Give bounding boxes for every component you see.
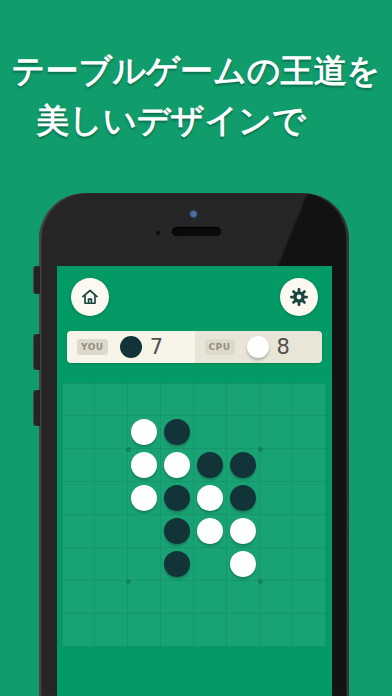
cell-r2-c4[interactable]	[194, 449, 227, 482]
black-disc	[164, 485, 190, 511]
cell-r4-c0[interactable]	[62, 515, 95, 548]
cell-r1-c4[interactable]	[194, 416, 227, 449]
cell-r4-c2[interactable]	[128, 515, 161, 548]
proximity-sensor-dot	[156, 231, 160, 235]
cell-r6-c6[interactable]	[260, 581, 293, 614]
cell-r2-c5[interactable]	[227, 449, 260, 482]
cell-r2-c2[interactable]	[128, 449, 161, 482]
cell-r4-c7[interactable]	[293, 515, 326, 548]
black-disc	[164, 551, 190, 577]
cell-r5-c6[interactable]	[260, 548, 293, 581]
cpu-score: 8	[277, 335, 290, 359]
cell-r4-c4[interactable]	[194, 515, 227, 548]
you-badge: YOU	[77, 339, 108, 355]
board-star-dot	[126, 447, 131, 452]
home-icon	[80, 287, 100, 307]
cell-r7-c3[interactable]	[161, 614, 194, 647]
front-camera	[189, 210, 198, 219]
cell-r1-c0[interactable]	[62, 416, 95, 449]
cell-r7-c0[interactable]	[62, 614, 95, 647]
cell-r0-c5[interactable]	[227, 383, 260, 416]
black-disc	[197, 452, 223, 478]
cell-r6-c5[interactable]	[227, 581, 260, 614]
volume-up-button	[33, 334, 40, 370]
cell-r1-c2[interactable]	[128, 416, 161, 449]
headline-line2: 美しいデザインで	[0, 96, 367, 146]
black-disc	[230, 485, 256, 511]
cell-r0-c3[interactable]	[161, 383, 194, 416]
headline-line1: テーブルゲームの王道を	[12, 51, 380, 90]
cell-r6-c7[interactable]	[293, 581, 326, 614]
cell-r5-c7[interactable]	[293, 548, 326, 581]
cpu-badge: CPU	[205, 339, 235, 355]
cell-r5-c2[interactable]	[128, 548, 161, 581]
home-button[interactable]	[71, 278, 109, 316]
cell-r5-c4[interactable]	[194, 548, 227, 581]
white-disc	[197, 485, 223, 511]
game-screen: YOU 7 CPU 8	[57, 266, 332, 696]
cell-r3-c0[interactable]	[62, 482, 95, 515]
cell-r7-c4[interactable]	[194, 614, 227, 647]
cell-r1-c5[interactable]	[227, 416, 260, 449]
cell-r7-c1[interactable]	[95, 614, 128, 647]
board-star-dot	[258, 447, 263, 452]
cell-r0-c7[interactable]	[293, 383, 326, 416]
cell-r2-c6[interactable]	[260, 449, 293, 482]
cell-r6-c4[interactable]	[194, 581, 227, 614]
cell-r6-c1[interactable]	[95, 581, 128, 614]
cell-r5-c1[interactable]	[95, 548, 128, 581]
cell-r0-c2[interactable]	[128, 383, 161, 416]
cell-r3-c3[interactable]	[161, 482, 194, 515]
scoreboard-cpu[interactable]: CPU 8	[195, 331, 323, 363]
you-score: 7	[150, 335, 163, 359]
cell-r3-c7[interactable]	[293, 482, 326, 515]
cell-r4-c5[interactable]	[227, 515, 260, 548]
black-disc	[164, 518, 190, 544]
app-store-screenshot: テーブルゲームの王道を 美しいデザインで	[0, 0, 392, 696]
cell-r2-c0[interactable]	[62, 449, 95, 482]
cell-r1-c6[interactable]	[260, 416, 293, 449]
scoreboard: YOU 7 CPU 8	[67, 331, 322, 363]
cell-r6-c0[interactable]	[62, 581, 95, 614]
cell-r5-c0[interactable]	[62, 548, 95, 581]
cell-r3-c2[interactable]	[128, 482, 161, 515]
phone-mockup: YOU 7 CPU 8	[39, 193, 349, 696]
cell-r0-c6[interactable]	[260, 383, 293, 416]
cell-r2-c1[interactable]	[95, 449, 128, 482]
cell-r3-c4[interactable]	[194, 482, 227, 515]
cell-r4-c1[interactable]	[95, 515, 128, 548]
white-disc	[131, 419, 157, 445]
black-disc-indicator	[120, 336, 142, 358]
cell-r2-c7[interactable]	[293, 449, 326, 482]
white-disc-indicator	[247, 336, 269, 358]
cell-r4-c3[interactable]	[161, 515, 194, 548]
mute-switch	[33, 266, 40, 294]
reversi-board	[62, 383, 326, 647]
speaker-slot	[171, 226, 222, 237]
cell-r1-c3[interactable]	[161, 416, 194, 449]
scoreboard-you[interactable]: YOU 7	[67, 331, 195, 363]
settings-button[interactable]	[280, 278, 318, 316]
cell-r0-c1[interactable]	[95, 383, 128, 416]
cell-r3-c6[interactable]	[260, 482, 293, 515]
cell-r7-c5[interactable]	[227, 614, 260, 647]
white-disc	[131, 452, 157, 478]
black-disc	[164, 419, 190, 445]
white-disc	[164, 452, 190, 478]
cell-r1-c7[interactable]	[293, 416, 326, 449]
white-disc	[131, 485, 157, 511]
cell-r4-c6[interactable]	[260, 515, 293, 548]
cell-r0-c4[interactable]	[194, 383, 227, 416]
cell-r7-c2[interactable]	[128, 614, 161, 647]
cell-r3-c5[interactable]	[227, 482, 260, 515]
board-star-dot	[258, 579, 263, 584]
white-disc	[197, 518, 223, 544]
cell-r6-c3[interactable]	[161, 581, 194, 614]
gear-icon	[288, 286, 310, 308]
cell-r7-c7[interactable]	[293, 614, 326, 647]
white-disc	[230, 518, 256, 544]
cell-r0-c0[interactable]	[62, 383, 95, 416]
cell-r5-c3[interactable]	[161, 548, 194, 581]
cell-r1-c1[interactable]	[95, 416, 128, 449]
cell-r7-c6[interactable]	[260, 614, 293, 647]
board-star-dot	[126, 579, 131, 584]
cell-r5-c5[interactable]	[227, 548, 260, 581]
cell-r6-c2[interactable]	[128, 581, 161, 614]
volume-down-button	[33, 390, 40, 426]
white-disc	[230, 551, 256, 577]
cell-r2-c3[interactable]	[161, 449, 194, 482]
cell-r3-c1[interactable]	[95, 482, 128, 515]
headline: テーブルゲームの王道を 美しいデザインで	[0, 46, 392, 146]
black-disc	[230, 452, 256, 478]
